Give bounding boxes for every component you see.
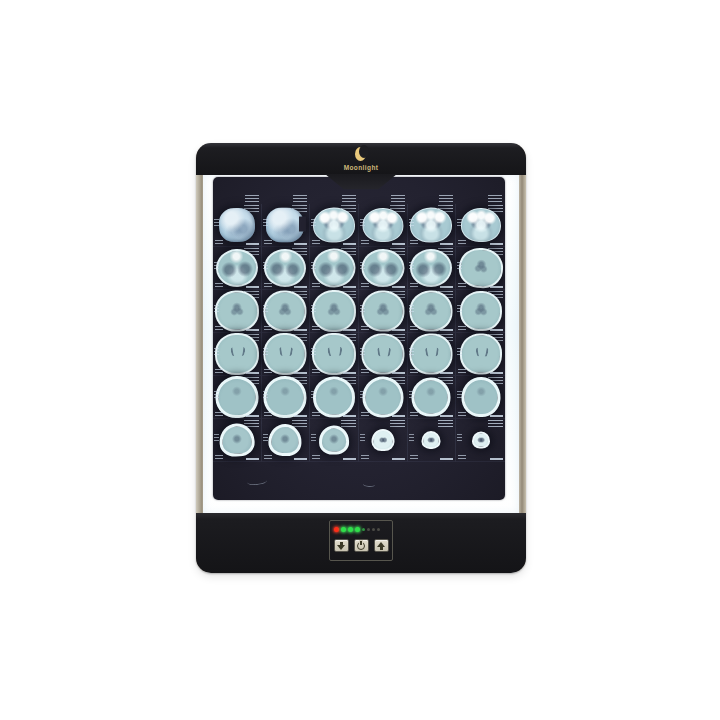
ct-slice-cell <box>408 204 457 247</box>
led-off <box>372 528 375 531</box>
ct-brain4-image <box>311 332 356 376</box>
ct-slice-cell <box>359 376 408 419</box>
power-button[interactable] <box>354 539 369 552</box>
ct-brain3-image <box>361 290 405 332</box>
ct-slice-cell <box>310 204 359 247</box>
ct-slice-cell <box>262 290 311 333</box>
ct-scout-notch-image <box>266 208 304 243</box>
ct-slice-cell <box>262 376 311 419</box>
ct-brain3-image <box>410 290 454 332</box>
annotation-text-marks <box>263 391 268 400</box>
annotation-text-marks <box>409 262 414 271</box>
led-green-on <box>341 527 346 532</box>
ct-brain5-image <box>264 376 308 419</box>
annotation-text-marks <box>360 305 365 314</box>
product-photo: Moonlight <box>0 0 720 720</box>
led-green-on <box>355 527 360 532</box>
ct-slice-cell <box>359 290 408 333</box>
ct-slice-cell <box>456 376 505 419</box>
ct-slice-grid <box>213 204 505 462</box>
ct-slice-cell <box>456 247 505 290</box>
ct-brain5-image <box>412 377 452 417</box>
ct-slice-cell <box>310 376 359 419</box>
top-bezel: Moonlight <box>196 143 526 175</box>
annotation-text-marks <box>409 434 414 443</box>
annotation-text-marks <box>360 391 365 400</box>
annotation-text-marks <box>263 219 268 228</box>
ct-slice-cell <box>213 204 262 247</box>
ct-brain3-image <box>457 246 505 290</box>
ct-base-image <box>362 207 404 242</box>
brightness-up-button[interactable] <box>374 539 389 552</box>
annotation-text-marks <box>391 195 405 203</box>
ct-brain2-image <box>215 248 259 288</box>
ct-base-image <box>313 207 356 243</box>
annotation-text-marks <box>311 434 316 443</box>
annotation-text-marks <box>457 219 462 228</box>
film-footer <box>213 462 505 500</box>
ct-slice-cell <box>359 333 408 376</box>
ct-slice-cell <box>262 247 311 290</box>
ct-slice-cell <box>213 376 262 419</box>
ct-slice-cell <box>213 333 262 376</box>
ct-slice-cell <box>262 333 311 376</box>
ct-slice-cell <box>213 419 262 462</box>
ct-slice-cell <box>310 247 359 290</box>
ct-scout-image <box>218 207 255 242</box>
annotation-text-marks <box>360 262 365 271</box>
annotation-text-marks <box>439 195 453 203</box>
film-scratch-mark <box>363 482 375 488</box>
ct-slice-cell <box>456 290 505 333</box>
annotation-text-marks <box>263 262 268 271</box>
brand-label: Moonlight <box>196 164 526 171</box>
ct-slice-cell <box>408 376 457 419</box>
ct-slice-cell <box>213 247 262 290</box>
film-viewer-device: Moonlight <box>196 143 526 573</box>
button-row <box>330 539 392 552</box>
ct-vertex-image <box>268 423 302 456</box>
annotation-text-marks <box>409 348 414 357</box>
annotation-text-marks <box>457 262 462 271</box>
annotation-text-marks <box>360 348 365 357</box>
annotation-text-marks <box>457 391 462 400</box>
ct-brain2-image <box>312 248 356 288</box>
ct-slice-cell <box>359 419 408 462</box>
annotation-text-marks <box>360 219 365 228</box>
ct-vertex-small-image <box>371 429 394 451</box>
ct-slice-cell <box>456 419 505 462</box>
ct-slice-cell <box>262 419 311 462</box>
annotation-text-marks <box>263 434 268 443</box>
ct-film <box>213 177 505 500</box>
ct-slice-cell <box>213 290 262 333</box>
led-green-dim <box>362 528 365 531</box>
ct-brain2-image <box>264 248 307 287</box>
arrow-down-icon <box>337 542 345 550</box>
bottom-bezel <box>196 513 526 573</box>
brightness-down-button[interactable] <box>334 539 349 552</box>
annotation-text-marks <box>214 391 219 400</box>
ct-brain5-image <box>362 376 404 418</box>
ct-slice-cell <box>408 333 457 376</box>
annotation-text-marks <box>263 305 268 314</box>
annotation-text-marks <box>342 195 356 203</box>
ct-brain3-image <box>312 290 357 333</box>
ct-slice-cell <box>408 290 457 333</box>
annotation-text-marks <box>214 348 219 357</box>
control-panel <box>329 520 393 561</box>
lightbox-screen <box>203 174 519 514</box>
ct-brain5-image <box>215 375 259 418</box>
annotation-text-marks <box>311 219 316 228</box>
annotation-text-marks <box>311 348 316 357</box>
led-off <box>367 528 370 531</box>
ct-brain3-image <box>214 290 259 333</box>
arrow-up-icon <box>377 542 385 550</box>
ct-slice-cell <box>310 290 359 333</box>
annotation-text-marks <box>245 195 259 203</box>
ct-brain2-image <box>410 248 453 287</box>
led-indicators <box>330 525 392 533</box>
annotation-text-marks <box>311 391 316 400</box>
ct-slice-cell <box>310 419 359 462</box>
led-green-on <box>348 527 353 532</box>
ct-brain5-image <box>460 376 500 417</box>
ct-vertex-image <box>218 423 255 458</box>
ct-base-image <box>460 207 501 242</box>
annotation-text-marks <box>311 262 316 271</box>
led-red-on <box>334 527 339 532</box>
annotation-text-marks <box>214 262 219 271</box>
annotation-text-marks <box>409 219 414 228</box>
ct-slice-cell <box>359 247 408 290</box>
led-off <box>377 528 380 531</box>
annotation-text-marks <box>214 219 219 228</box>
ct-brain4-image <box>361 333 405 375</box>
ct-vertex-small-image <box>472 432 490 449</box>
annotation-text-marks <box>214 305 219 314</box>
film-scratch-mark <box>247 477 268 486</box>
annotation-text-marks <box>457 305 462 314</box>
annotation-text-marks <box>293 195 307 203</box>
ct-brain3-image <box>459 290 502 331</box>
ct-slice-cell <box>408 247 457 290</box>
annotation-text-marks <box>214 434 219 443</box>
ct-slice-cell <box>408 419 457 462</box>
crescent-moon-icon <box>355 147 367 162</box>
annotation-text-marks <box>457 348 462 357</box>
annotation-text-marks <box>263 348 268 357</box>
ct-brain4-image <box>459 333 502 375</box>
annotation-text-marks <box>488 195 502 203</box>
ct-slice-cell <box>262 204 311 247</box>
annotation-text-marks <box>311 305 316 314</box>
annotation-text-marks <box>457 434 462 443</box>
annotation-text-marks <box>409 305 414 314</box>
ct-brain4-image <box>214 333 259 376</box>
ct-brain5-image <box>313 376 356 418</box>
ct-brain4-image <box>264 333 308 376</box>
ct-slice-cell <box>310 333 359 376</box>
ct-base-image <box>410 207 453 243</box>
annotation-text-marks <box>360 434 365 443</box>
annotation-text-marks <box>409 391 414 400</box>
ct-slice-cell <box>456 333 505 376</box>
ct-brain4-image <box>410 333 454 375</box>
power-icon <box>357 541 366 550</box>
ct-vertex-small-image <box>422 431 441 449</box>
ct-slice-cell <box>456 204 505 247</box>
ct-brain3-image <box>264 290 308 332</box>
ct-slice-cell <box>359 204 408 247</box>
ct-brain2-image <box>361 249 405 288</box>
ct-vertex-image <box>319 425 350 455</box>
